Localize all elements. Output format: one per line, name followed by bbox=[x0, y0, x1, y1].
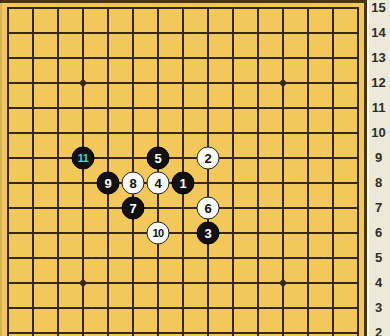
row-label-5: 5 bbox=[367, 250, 390, 266]
stone-move-number: 9 bbox=[104, 177, 111, 190]
stone-move-number: 10 bbox=[152, 228, 163, 239]
stone-black-move-5: 5 bbox=[147, 147, 170, 170]
grid-line-horizontal bbox=[7, 107, 359, 109]
star-point bbox=[79, 79, 87, 87]
grid-line-horizontal bbox=[7, 157, 359, 159]
row-label-15: 15 bbox=[367, 0, 390, 16]
grid-line-horizontal bbox=[7, 282, 359, 284]
row-label-2: 2 bbox=[367, 325, 390, 336]
stone-white-move-6: 6 bbox=[197, 197, 220, 220]
stone-move-number: 5 bbox=[154, 152, 161, 165]
stone-move-number: 8 bbox=[129, 177, 136, 190]
grid-line-horizontal bbox=[7, 32, 359, 34]
board-top-edge bbox=[0, 0, 364, 3]
row-label-8: 8 bbox=[367, 175, 390, 191]
grid-line-horizontal bbox=[7, 257, 359, 259]
grid-line-horizontal bbox=[7, 57, 359, 59]
stone-move-number: 3 bbox=[204, 227, 211, 240]
stone-move-number: 1 bbox=[179, 177, 186, 190]
go-diagram-panel: 1234567891011 15141312111098765432 bbox=[0, 0, 390, 336]
stone-white-move-2: 2 bbox=[197, 147, 220, 170]
row-label-4: 4 bbox=[367, 275, 390, 291]
stone-white-move-8: 8 bbox=[122, 172, 145, 195]
grid-line-horizontal bbox=[7, 82, 359, 84]
board-left-edge bbox=[0, 0, 2, 336]
stone-black-move-9: 9 bbox=[97, 172, 120, 195]
grid-line-horizontal bbox=[7, 132, 359, 134]
row-label-11: 11 bbox=[367, 100, 390, 116]
grid-line-horizontal bbox=[7, 332, 359, 334]
stone-black-move-3: 3 bbox=[197, 222, 220, 245]
row-label-14: 14 bbox=[367, 25, 390, 41]
stone-black-move-1: 1 bbox=[172, 172, 195, 195]
grid-line-horizontal bbox=[7, 307, 359, 309]
stone-move-number: 6 bbox=[204, 202, 211, 215]
stone-black-move-11: 11 bbox=[72, 147, 95, 170]
row-label-13: 13 bbox=[367, 50, 390, 66]
stone-move-number: 4 bbox=[154, 177, 161, 190]
grid-line-horizontal bbox=[7, 7, 359, 9]
stone-move-number: 11 bbox=[78, 153, 89, 164]
go-board[interactable]: 1234567891011 bbox=[0, 0, 364, 336]
grid-line-horizontal bbox=[7, 232, 359, 234]
row-coordinate-gutter: 15141312111098765432 bbox=[364, 0, 390, 336]
star-point bbox=[79, 279, 87, 287]
stone-move-number: 2 bbox=[204, 152, 211, 165]
stone-white-move-4: 4 bbox=[147, 172, 170, 195]
stone-black-move-7: 7 bbox=[122, 197, 145, 220]
row-label-9: 9 bbox=[367, 150, 390, 166]
star-point bbox=[279, 279, 287, 287]
star-point bbox=[279, 79, 287, 87]
stone-white-move-10: 10 bbox=[147, 222, 170, 245]
stone-move-number: 7 bbox=[129, 202, 136, 215]
row-label-7: 7 bbox=[367, 200, 390, 216]
row-label-10: 10 bbox=[367, 125, 390, 141]
row-label-6: 6 bbox=[367, 225, 390, 241]
row-label-3: 3 bbox=[367, 300, 390, 316]
grid-line-horizontal bbox=[7, 207, 359, 209]
row-label-12: 12 bbox=[367, 75, 390, 91]
